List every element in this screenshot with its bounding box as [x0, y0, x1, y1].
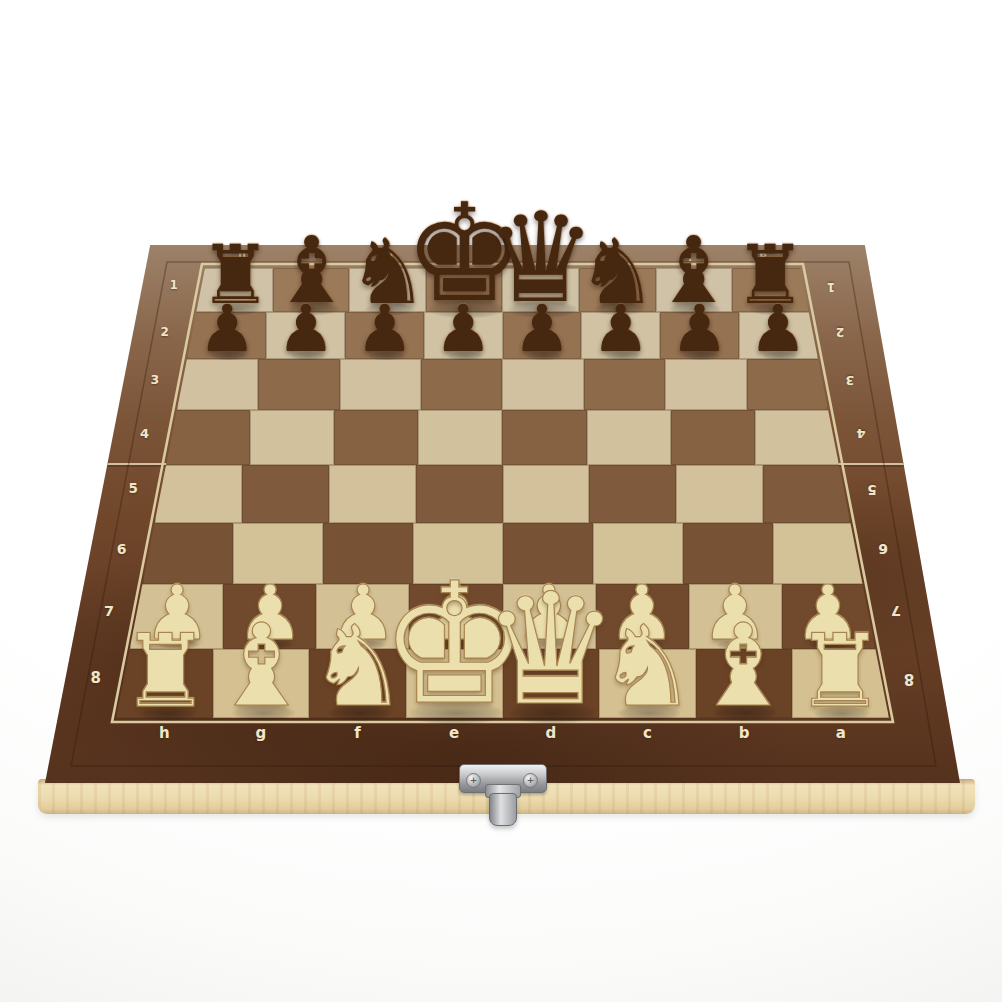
piece-light-knight-c8[interactable]: ♞: [597, 612, 697, 724]
piece-dark-pawn-c2[interactable]: ♟: [591, 297, 649, 362]
piece-dark-pawn-f2[interactable]: ♟: [355, 297, 413, 362]
product-photo-scene: 1122334455667788hhggffeeddccbbaa ♜♝♞♚♛♞♝…: [0, 0, 1002, 1002]
piece-dark-pawn-g2[interactable]: ♟: [277, 297, 335, 362]
piece-dark-pawn-e2[interactable]: ♟: [434, 297, 492, 362]
piece-light-rook-h8[interactable]: ♜: [120, 622, 210, 723]
latch-clasp-icon: + +: [458, 762, 546, 828]
clasp-knob: [489, 793, 517, 826]
piece-light-bishop-b8[interactable]: ♝: [692, 610, 794, 724]
piece-dark-pawn-d2[interactable]: ♟: [513, 297, 571, 362]
clasp-screw-icon: +: [523, 773, 538, 788]
chess-board: 1122334455667788hhggffeeddccbbaa ♜♝♞♚♛♞♝…: [45, 245, 960, 783]
piece-light-bishop-g8[interactable]: ♝: [211, 610, 313, 724]
piece-light-rook-a8[interactable]: ♜: [795, 622, 885, 723]
piece-dark-pawn-a2[interactable]: ♟: [749, 297, 807, 362]
piece-dark-pawn-b2[interactable]: ♟: [670, 297, 728, 362]
pieces-layer: ♜♝♞♚♛♞♝♜♟♟♟♟♟♟♟♟♟♟♟♟♟♟♟♟♜♝♞♚♛♞♝♜: [45, 245, 960, 783]
clasp-screw-icon: +: [466, 773, 481, 788]
piece-dark-pawn-h2[interactable]: ♟: [198, 297, 256, 362]
